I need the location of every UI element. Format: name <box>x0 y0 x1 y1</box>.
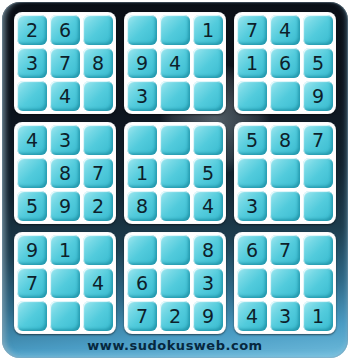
cell-r6c2[interactable]: 9 <box>50 191 80 221</box>
cell-r8c1[interactable]: 7 <box>17 268 47 298</box>
cell-r3c1[interactable] <box>17 81 47 111</box>
cell-r8c4[interactable]: 6 <box>127 268 157 298</box>
cell-r7c3[interactable] <box>83 235 113 265</box>
box-2-1: 4387592 <box>14 122 116 224</box>
cell-r4c2[interactable]: 3 <box>50 125 80 155</box>
cell-r1c8[interactable]: 4 <box>270 15 300 45</box>
cell-r3c3[interactable] <box>83 81 113 111</box>
box-1-3: 741659 <box>234 12 336 114</box>
cell-r5c7[interactable] <box>237 158 267 188</box>
cell-r5c9[interactable] <box>303 158 333 188</box>
cell-r9c1[interactable] <box>17 301 47 331</box>
cell-r2c5[interactable]: 4 <box>160 48 190 78</box>
cell-r7c7[interactable]: 6 <box>237 235 267 265</box>
website-url[interactable]: www.sudokusweb.com <box>2 336 348 355</box>
cell-r6c1[interactable]: 5 <box>17 191 47 221</box>
cell-r7c1[interactable]: 9 <box>17 235 47 265</box>
cell-r1c5[interactable] <box>160 15 190 45</box>
cell-r8c5[interactable] <box>160 268 190 298</box>
cell-r4c1[interactable]: 4 <box>17 125 47 155</box>
cell-r8c3[interactable]: 4 <box>83 268 113 298</box>
cell-r6c4[interactable]: 8 <box>127 191 157 221</box>
cell-r4c5[interactable] <box>160 125 190 155</box>
cell-r3c6[interactable] <box>193 81 223 111</box>
cell-r2c6[interactable] <box>193 48 223 78</box>
cell-r4c7[interactable]: 5 <box>237 125 267 155</box>
cell-r6c6[interactable]: 4 <box>193 191 223 221</box>
cell-r1c1[interactable]: 2 <box>17 15 47 45</box>
cell-r1c7[interactable]: 7 <box>237 15 267 45</box>
box-2-3: 5873 <box>234 122 336 224</box>
cell-r9c8[interactable]: 3 <box>270 301 300 331</box>
cell-r5c2[interactable]: 8 <box>50 158 80 188</box>
box-3-2: 863729 <box>124 232 226 334</box>
cell-r5c4[interactable]: 1 <box>127 158 157 188</box>
cell-r7c5[interactable] <box>160 235 190 265</box>
cell-r2c8[interactable]: 6 <box>270 48 300 78</box>
cell-r2c1[interactable]: 3 <box>17 48 47 78</box>
cell-r9c6[interactable]: 9 <box>193 301 223 331</box>
cell-r7c4[interactable] <box>127 235 157 265</box>
box-3-3: 67431 <box>234 232 336 334</box>
cell-r4c3[interactable] <box>83 125 113 155</box>
cell-r7c8[interactable]: 7 <box>270 235 300 265</box>
cell-r6c7[interactable]: 3 <box>237 191 267 221</box>
cell-r1c9[interactable] <box>303 15 333 45</box>
cell-r8c7[interactable] <box>237 268 267 298</box>
cell-r9c7[interactable]: 4 <box>237 301 267 331</box>
cell-r5c8[interactable] <box>270 158 300 188</box>
cell-r6c9[interactable] <box>303 191 333 221</box>
cell-r2c4[interactable]: 9 <box>127 48 157 78</box>
cell-r8c2[interactable] <box>50 268 80 298</box>
cell-r2c9[interactable]: 5 <box>303 48 333 78</box>
cell-r3c7[interactable] <box>237 81 267 111</box>
cell-r8c9[interactable] <box>303 268 333 298</box>
cell-r8c6[interactable]: 3 <box>193 268 223 298</box>
cell-r1c2[interactable]: 6 <box>50 15 80 45</box>
board-frame: 2637841943741659438759215845873917486372… <box>2 2 348 358</box>
cell-r4c6[interactable] <box>193 125 223 155</box>
cell-r7c9[interactable] <box>303 235 333 265</box>
cell-r9c3[interactable] <box>83 301 113 331</box>
cell-r4c8[interactable]: 8 <box>270 125 300 155</box>
cell-r3c8[interactable] <box>270 81 300 111</box>
cell-r7c6[interactable]: 8 <box>193 235 223 265</box>
cell-r1c3[interactable] <box>83 15 113 45</box>
box-3-1: 9174 <box>14 232 116 334</box>
cell-r2c2[interactable]: 7 <box>50 48 80 78</box>
cell-r7c2[interactable]: 1 <box>50 235 80 265</box>
cell-r4c9[interactable]: 7 <box>303 125 333 155</box>
cell-r5c3[interactable]: 7 <box>83 158 113 188</box>
cell-r5c5[interactable] <box>160 158 190 188</box>
cell-r4c4[interactable] <box>127 125 157 155</box>
cell-r6c8[interactable] <box>270 191 300 221</box>
cell-r3c9[interactable]: 9 <box>303 81 333 111</box>
box-1-1: 263784 <box>14 12 116 114</box>
cell-r2c7[interactable]: 1 <box>237 48 267 78</box>
sudoku-board: 2637841943741659438759215845873917486372… <box>14 12 336 334</box>
cell-r8c8[interactable] <box>270 268 300 298</box>
cell-r1c6[interactable]: 1 <box>193 15 223 45</box>
cell-r6c3[interactable]: 2 <box>83 191 113 221</box>
cell-r3c5[interactable] <box>160 81 190 111</box>
box-2-2: 1584 <box>124 122 226 224</box>
cell-r9c2[interactable] <box>50 301 80 331</box>
cell-r3c4[interactable]: 3 <box>127 81 157 111</box>
cell-r5c1[interactable] <box>17 158 47 188</box>
cell-r1c4[interactable] <box>127 15 157 45</box>
cell-r9c4[interactable]: 7 <box>127 301 157 331</box>
cell-r5c6[interactable]: 5 <box>193 158 223 188</box>
sudoku-widget: 2637841943741659438759215845873917486372… <box>0 0 350 360</box>
box-1-2: 1943 <box>124 12 226 114</box>
cell-r9c9[interactable]: 1 <box>303 301 333 331</box>
cell-r9c5[interactable]: 2 <box>160 301 190 331</box>
cell-r3c2[interactable]: 4 <box>50 81 80 111</box>
cell-r6c5[interactable] <box>160 191 190 221</box>
cell-r2c3[interactable]: 8 <box>83 48 113 78</box>
